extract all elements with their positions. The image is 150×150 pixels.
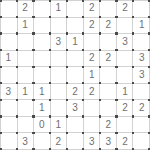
- grid-dot: [32, 115, 34, 117]
- cell-r1c0[interactable]: [0, 17, 17, 34]
- clue-text: 1: [39, 103, 45, 113]
- grid-dot: [115, 115, 117, 117]
- cell-r4c1[interactable]: [17, 67, 34, 84]
- clue-text: 1: [139, 20, 145, 30]
- cell-r4c8[interactable]: 3: [133, 67, 150, 84]
- cell-r8c3[interactable]: 2: [50, 133, 67, 150]
- cell-r3c4[interactable]: [67, 50, 84, 67]
- clue-text: 2: [89, 53, 95, 63]
- grid-dot: [16, 49, 18, 51]
- cell-r2c1[interactable]: [17, 33, 34, 50]
- clue-text: 1: [72, 37, 78, 47]
- grid-dot: [49, 99, 51, 101]
- cell-r0c7[interactable]: 2: [117, 0, 134, 17]
- grid-dot: [66, 32, 68, 34]
- cell-r5c4[interactable]: 2: [67, 83, 84, 100]
- cell-r2c8[interactable]: [133, 33, 150, 50]
- grid-dot: [148, 99, 150, 101]
- cell-r6c3[interactable]: [50, 100, 67, 117]
- grid-dot: [16, 99, 18, 101]
- cell-r0c5[interactable]: 2: [83, 0, 100, 17]
- cell-r6c8[interactable]: 2: [133, 100, 150, 117]
- grid-dot: [32, 82, 34, 84]
- cell-r4c0[interactable]: [0, 67, 17, 84]
- grid-dot: [99, 99, 101, 101]
- grid-dot: [132, 66, 134, 68]
- clue-text: 2: [22, 3, 28, 13]
- grid-dot: [0, 148, 2, 150]
- cell-r8c5[interactable]: 3: [83, 133, 100, 150]
- grid-dot: [32, 32, 34, 34]
- cell-r2c7[interactable]: 3: [117, 33, 134, 50]
- grid-dot: [99, 115, 101, 117]
- grid-dot: [115, 49, 117, 51]
- grid-dot: [66, 99, 68, 101]
- cell-r7c3[interactable]: 1: [50, 117, 67, 134]
- cell-r0c1[interactable]: 2: [17, 0, 34, 17]
- grid-dot: [16, 115, 18, 117]
- cell-r4c2[interactable]: [33, 67, 50, 84]
- clue-text: 3: [6, 87, 12, 97]
- grid-dot: [99, 0, 101, 2]
- grid-dot: [99, 16, 101, 18]
- grid-dot: [49, 0, 51, 2]
- grid-dot: [32, 148, 34, 150]
- grid-dot: [0, 99, 2, 101]
- grid-dot: [132, 16, 134, 18]
- cell-r2c4[interactable]: 1: [67, 33, 84, 50]
- cell-r6c0[interactable]: [0, 100, 17, 117]
- cell-r2c6[interactable]: [100, 33, 117, 50]
- clue-text: 3: [122, 37, 128, 47]
- grid-dot: [49, 148, 51, 150]
- cell-r3c1[interactable]: [17, 50, 34, 67]
- grid-dot: [148, 148, 150, 150]
- cell-r7c4[interactable]: [67, 117, 84, 134]
- cell-r6c4[interactable]: 3: [67, 100, 84, 117]
- clue-text: 3: [72, 103, 78, 113]
- grid-dot: [0, 32, 2, 34]
- grid-dot: [148, 66, 150, 68]
- clue-text: 2: [89, 87, 95, 97]
- cell-r4c4[interactable]: [67, 67, 84, 84]
- grid-dot: [16, 82, 18, 84]
- grid-dot: [49, 66, 51, 68]
- cell-r8c1[interactable]: 3: [17, 133, 34, 150]
- grid-dot: [66, 148, 68, 150]
- grid-dot: [148, 115, 150, 117]
- grid-dot: [132, 82, 134, 84]
- grid-dot: [0, 49, 2, 51]
- cell-r0c0[interactable]: [0, 0, 17, 17]
- cell-r7c1[interactable]: [17, 117, 34, 134]
- cell-r2c3[interactable]: 3: [50, 33, 67, 50]
- clue-text: 2: [89, 20, 95, 30]
- grid-dot: [0, 0, 2, 2]
- cell-r2c5[interactable]: [83, 33, 100, 50]
- grid-dot: [132, 99, 134, 101]
- grid-dot: [82, 115, 84, 117]
- cell-r4c5[interactable]: 1: [83, 67, 100, 84]
- clue-text: 1: [22, 20, 28, 30]
- clue-text: 2: [106, 120, 112, 130]
- clue-text: 2: [106, 20, 112, 30]
- grid-dot: [82, 66, 84, 68]
- grid-dot: [66, 82, 68, 84]
- cell-r5c3[interactable]: [50, 83, 67, 100]
- cell-r7c6[interactable]: 2: [100, 117, 117, 134]
- grid-dot: [148, 0, 150, 2]
- cell-r5c2[interactable]: 1: [33, 83, 50, 100]
- clue-text: 2: [72, 87, 78, 97]
- grid-dot: [66, 115, 68, 117]
- grid-dot: [32, 16, 34, 18]
- grid-dot: [16, 32, 18, 34]
- grid-dot: [66, 132, 68, 134]
- grid-dot: [99, 49, 101, 51]
- slitherlink-board[interactable]: 21221221313122313311221132201232332: [0, 0, 150, 150]
- clue-text: 2: [122, 3, 128, 13]
- grid-dot: [0, 132, 2, 134]
- grid-dot: [82, 49, 84, 51]
- cell-r2c2[interactable]: [33, 33, 50, 50]
- cell-r4c6[interactable]: [100, 67, 117, 84]
- cell-r5c8[interactable]: [133, 83, 150, 100]
- clue-text: 1: [22, 87, 28, 97]
- grid-dot: [115, 32, 117, 34]
- grid-dot: [99, 32, 101, 34]
- cell-r5c1[interactable]: 1: [17, 83, 34, 100]
- cell-r1c8[interactable]: 1: [133, 17, 150, 34]
- grid-dot: [82, 99, 84, 101]
- clue-text: 3: [56, 37, 62, 47]
- grid-dot: [49, 32, 51, 34]
- grid-dot: [16, 16, 18, 18]
- clue-text: 1: [89, 70, 95, 80]
- cell-r8c0[interactable]: [0, 133, 17, 150]
- cell-r4c7[interactable]: [117, 67, 134, 84]
- cell-r5c0[interactable]: 3: [0, 83, 17, 100]
- cell-r5c7[interactable]: 1: [117, 83, 134, 100]
- grid-dot: [115, 148, 117, 150]
- grid-dot: [0, 66, 2, 68]
- grid-dot: [66, 0, 68, 2]
- clue-text: 1: [39, 87, 45, 97]
- clue-text: 2: [139, 103, 145, 113]
- clue-text: 2: [89, 3, 95, 13]
- grid-dot: [132, 0, 134, 2]
- cell-r3c2[interactable]: [33, 50, 50, 67]
- grid-dot: [82, 32, 84, 34]
- grid-dot: [49, 82, 51, 84]
- clue-text: 3: [106, 137, 112, 147]
- grid-dot: [16, 66, 18, 68]
- cell-r0c4[interactable]: [67, 0, 84, 17]
- grid-dot: [148, 49, 150, 51]
- grid-dot: [132, 132, 134, 134]
- grid-dot: [148, 32, 150, 34]
- grid-dot: [0, 115, 2, 117]
- grid-dot: [32, 66, 34, 68]
- grid-dot: [66, 66, 68, 68]
- cell-r3c8[interactable]: 3: [133, 50, 150, 67]
- cell-r4c3[interactable]: [50, 67, 67, 84]
- grid-dot: [115, 66, 117, 68]
- grid-dot: [16, 148, 18, 150]
- cell-r6c1[interactable]: [17, 100, 34, 117]
- cell-r1c5[interactable]: 2: [83, 17, 100, 34]
- cell-r1c7[interactable]: [117, 17, 134, 34]
- clue-text: 2: [106, 53, 112, 63]
- cell-r0c8[interactable]: [133, 0, 150, 17]
- cell-r0c6[interactable]: [100, 0, 117, 17]
- grid-dot: [115, 0, 117, 2]
- clue-text: 1: [6, 53, 12, 63]
- grid-dot: [0, 82, 2, 84]
- clue-text: 1: [56, 120, 62, 130]
- grid-dot: [32, 0, 34, 2]
- clue-text: 3: [89, 137, 95, 147]
- grid-dot: [82, 148, 84, 150]
- grid-dot: [115, 132, 117, 134]
- cell-r0c2[interactable]: [33, 0, 50, 17]
- cell-r1c3[interactable]: [50, 17, 67, 34]
- cell-r1c1[interactable]: 1: [17, 17, 34, 34]
- clue-text: 3: [22, 137, 28, 147]
- clue-text: 3: [139, 53, 145, 63]
- cell-r6c6[interactable]: [100, 100, 117, 117]
- grid-dot: [16, 132, 18, 134]
- cell-r3c3[interactable]: [50, 50, 67, 67]
- grid-dot: [82, 0, 84, 2]
- grid-dot: [32, 132, 34, 134]
- clue-text: 3: [139, 70, 145, 80]
- grid-dot: [49, 115, 51, 117]
- grid-dot: [115, 16, 117, 18]
- cell-r7c0[interactable]: [0, 117, 17, 134]
- cell-r1c2[interactable]: [33, 17, 50, 34]
- grid-dot: [99, 148, 101, 150]
- clue-text: 1: [56, 3, 62, 13]
- grid-dot: [99, 66, 101, 68]
- cell-r6c7[interactable]: 2: [117, 100, 134, 117]
- cell-r1c4[interactable]: [67, 17, 84, 34]
- grid-dot: [132, 148, 134, 150]
- cell-r3c5[interactable]: 2: [83, 50, 100, 67]
- cell-r7c5[interactable]: [83, 117, 100, 134]
- cell-r6c2[interactable]: 1: [33, 100, 50, 117]
- cell-r8c6[interactable]: 3: [100, 133, 117, 150]
- clue-text: 1: [122, 87, 128, 97]
- clue-text: 2: [122, 103, 128, 113]
- grid-dot: [148, 82, 150, 84]
- grid-dot: [115, 82, 117, 84]
- grid-dot: [99, 132, 101, 134]
- cell-r8c4[interactable]: [67, 133, 84, 150]
- grid-dot: [32, 49, 34, 51]
- grid-dot: [49, 16, 51, 18]
- cell-r3c7[interactable]: [117, 50, 134, 67]
- cell-r7c2[interactable]: 0: [33, 117, 50, 134]
- clue-grid: 21221221313122313311221132201232332: [0, 0, 150, 150]
- grid-dot: [0, 16, 2, 18]
- grid-dot: [82, 82, 84, 84]
- cell-r5c5[interactable]: 2: [83, 83, 100, 100]
- grid-dot: [49, 132, 51, 134]
- cell-r2c0[interactable]: [0, 33, 17, 50]
- cell-r0c3[interactable]: 1: [50, 0, 67, 17]
- clue-text: 0: [39, 120, 45, 130]
- grid-dot: [132, 115, 134, 117]
- cell-r8c2[interactable]: [33, 133, 50, 150]
- grid-dot: [115, 99, 117, 101]
- grid-dot: [66, 16, 68, 18]
- clue-text: 2: [56, 137, 62, 147]
- cell-r1c6[interactable]: 2: [100, 17, 117, 34]
- grid-dot: [32, 99, 34, 101]
- grid-dot: [82, 132, 84, 134]
- grid-dot: [82, 16, 84, 18]
- grid-dot: [16, 0, 18, 2]
- grid-dot: [49, 49, 51, 51]
- grid-dot: [132, 49, 134, 51]
- grid-dot: [132, 32, 134, 34]
- clue-text: 2: [122, 137, 128, 147]
- grid-dot: [99, 82, 101, 84]
- grid-dot: [66, 49, 68, 51]
- cell-r5c6[interactable]: [100, 83, 117, 100]
- cell-r3c0[interactable]: 1: [0, 50, 17, 67]
- grid-dot: [148, 16, 150, 18]
- grid-dot: [148, 132, 150, 134]
- cell-r3c6[interactable]: 2: [100, 50, 117, 67]
- cell-r6c5[interactable]: [83, 100, 100, 117]
